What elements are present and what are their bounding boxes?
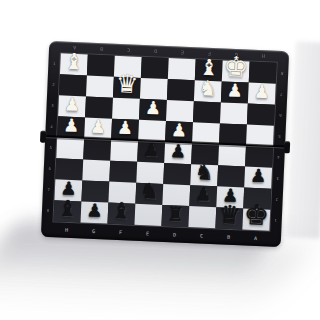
coord-label: A bbox=[61, 43, 88, 52]
square-a1[interactable] bbox=[249, 62, 277, 84]
coord-label: 1 bbox=[50, 53, 59, 74]
square-c3[interactable] bbox=[193, 101, 221, 123]
piece-bP-c7: ♟ bbox=[195, 183, 212, 205]
square-a5[interactable] bbox=[245, 146, 273, 168]
square-g8[interactable]: ♟ bbox=[81, 201, 109, 223]
square-e5[interactable]: ♟ bbox=[137, 141, 165, 163]
square-b7[interactable]: ♟ bbox=[216, 186, 244, 208]
piece-bP-g8: ♟ bbox=[86, 199, 103, 221]
square-g6[interactable] bbox=[82, 159, 110, 181]
square-d6[interactable] bbox=[163, 163, 191, 185]
coord-label: D bbox=[142, 47, 169, 56]
square-f5[interactable] bbox=[110, 140, 138, 162]
coord-label: B bbox=[215, 232, 242, 241]
square-g3[interactable] bbox=[85, 97, 113, 119]
piece-wP-h4: ♟ bbox=[63, 114, 80, 136]
square-f2[interactable]: ♛ bbox=[113, 77, 141, 99]
square-h7[interactable]: ♟ bbox=[54, 179, 82, 201]
square-h8[interactable]: ♝ bbox=[54, 200, 82, 222]
coord-label: E bbox=[134, 229, 161, 238]
piece-wB-h1: ♝ bbox=[64, 48, 85, 74]
board-shadow-soft bbox=[0, 238, 308, 311]
product-photo-stage: HGFEDCBA HGFEDCBA 12345678 12345678 ♝♝♚♛… bbox=[0, 0, 320, 320]
square-g2[interactable] bbox=[86, 76, 114, 98]
square-f8[interactable]: ♝ bbox=[107, 203, 135, 225]
coord-label: C bbox=[115, 46, 142, 55]
square-h3[interactable]: ♟ bbox=[58, 95, 86, 117]
coord-label: 8 bbox=[278, 63, 287, 84]
square-f6[interactable] bbox=[109, 161, 137, 183]
background-object bbox=[286, 41, 320, 239]
square-c5[interactable] bbox=[191, 143, 219, 165]
square-e1[interactable] bbox=[141, 57, 169, 79]
coord-label: 5 bbox=[46, 137, 55, 158]
square-e8[interactable] bbox=[134, 204, 162, 226]
coord-label: 4 bbox=[274, 147, 283, 168]
square-e7[interactable]: ♞ bbox=[135, 183, 163, 205]
square-d7[interactable] bbox=[162, 184, 190, 206]
coord-label: 2 bbox=[49, 74, 58, 95]
square-b5[interactable] bbox=[218, 144, 246, 166]
square-d5[interactable]: ♟ bbox=[164, 142, 192, 164]
square-e3[interactable]: ♟ bbox=[139, 99, 167, 121]
coord-label: F bbox=[107, 228, 134, 237]
coord-label: H bbox=[250, 52, 277, 61]
coord-label: 1 bbox=[271, 210, 280, 231]
square-c2[interactable]: ♞ bbox=[194, 80, 222, 102]
square-d1[interactable] bbox=[168, 58, 196, 80]
square-c8[interactable] bbox=[188, 206, 216, 228]
square-d3[interactable] bbox=[166, 100, 194, 122]
piece-wP-f4: ♟ bbox=[117, 116, 134, 138]
square-g5[interactable] bbox=[83, 138, 111, 160]
square-a7[interactable] bbox=[243, 187, 271, 209]
coord-label: G bbox=[80, 226, 107, 235]
piece-wP-e3: ♟ bbox=[145, 96, 162, 118]
square-e6[interactable] bbox=[136, 162, 164, 184]
coord-label: 7 bbox=[277, 84, 286, 105]
square-h2[interactable] bbox=[59, 74, 87, 96]
square-g7[interactable] bbox=[81, 180, 109, 202]
square-b6[interactable] bbox=[217, 165, 245, 187]
square-a2[interactable]: ♟ bbox=[248, 83, 276, 105]
piece-bP-b7: ♟ bbox=[222, 184, 239, 206]
piece-bR-d8: ♜ bbox=[167, 202, 185, 225]
coord-label: E bbox=[169, 48, 196, 57]
piece-wB-c1: ♝ bbox=[199, 54, 220, 80]
hinge-left bbox=[40, 131, 47, 143]
square-b2[interactable]: ♟ bbox=[221, 81, 249, 103]
piece-wK-b1: ♚ bbox=[223, 50, 250, 84]
piece-bP-a6: ♟ bbox=[250, 164, 267, 186]
piece-bP-h7: ♟ bbox=[60, 177, 77, 199]
piece-wP-b2: ♟ bbox=[226, 79, 243, 101]
square-f3[interactable] bbox=[112, 98, 140, 120]
square-c6[interactable]: ♞ bbox=[190, 164, 218, 186]
square-c7[interactable]: ♟ bbox=[189, 185, 217, 207]
square-b1[interactable]: ♚ bbox=[222, 60, 250, 82]
coord-label: 7 bbox=[44, 179, 53, 200]
square-d2[interactable] bbox=[167, 79, 195, 101]
coord-label: 6 bbox=[276, 105, 285, 126]
coord-label: 6 bbox=[45, 158, 54, 179]
hinge-right bbox=[284, 141, 291, 153]
square-h1[interactable]: ♝ bbox=[60, 53, 88, 75]
coord-label: A bbox=[242, 233, 269, 242]
square-a8[interactable]: ♚ bbox=[242, 208, 270, 230]
square-h5[interactable] bbox=[56, 137, 84, 159]
coord-label: D bbox=[161, 230, 188, 239]
square-e2[interactable] bbox=[140, 78, 168, 100]
piece-wP-g4: ♟ bbox=[90, 115, 107, 137]
square-a3[interactable] bbox=[247, 104, 275, 126]
coord-label: 3 bbox=[273, 168, 282, 189]
square-c1[interactable]: ♝ bbox=[195, 59, 223, 81]
coord-label: 2 bbox=[272, 189, 281, 210]
coord-label: C bbox=[188, 231, 215, 240]
piece-wP-d4: ♟ bbox=[171, 119, 188, 141]
square-f7[interactable] bbox=[108, 182, 136, 204]
square-d8[interactable]: ♜ bbox=[161, 205, 189, 227]
coord-label: F bbox=[196, 49, 223, 58]
square-b8[interactable]: ♛ bbox=[215, 207, 243, 229]
coord-label: H bbox=[53, 225, 80, 234]
coord-label: G bbox=[223, 50, 250, 59]
square-h6[interactable] bbox=[55, 158, 83, 180]
square-g1[interactable] bbox=[87, 55, 115, 77]
square-f1[interactable] bbox=[114, 56, 142, 78]
square-a6[interactable]: ♟ bbox=[244, 167, 272, 189]
piece-wP-a2: ♟ bbox=[253, 80, 270, 102]
coord-label: B bbox=[88, 45, 115, 54]
coord-label: 8 bbox=[44, 200, 53, 221]
square-b3[interactable] bbox=[220, 102, 248, 124]
chess-board: HGFEDCBA HGFEDCBA 12345678 12345678 ♝♝♚♛… bbox=[41, 41, 289, 247]
coord-label: 3 bbox=[48, 95, 57, 116]
piece-wP-h3: ♟ bbox=[64, 93, 81, 115]
